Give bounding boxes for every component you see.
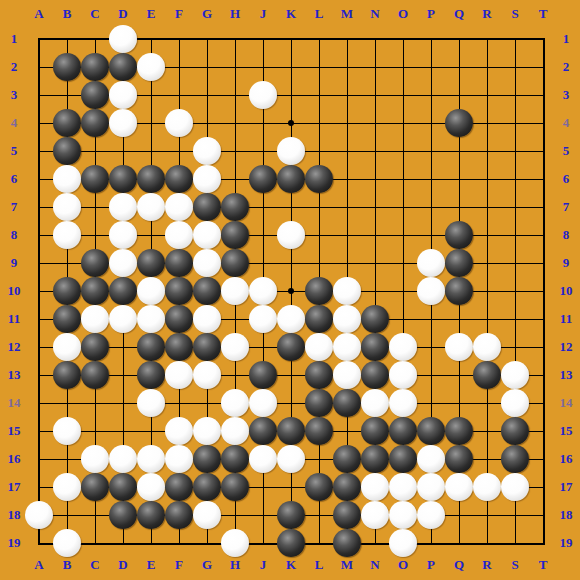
intersection-J4[interactable] [249,109,277,137]
intersection-S7[interactable] [501,193,529,221]
intersection-S5[interactable] [501,137,529,165]
intersection-E6[interactable] [137,165,165,193]
intersection-J17[interactable] [249,473,277,501]
intersection-K14[interactable] [277,389,305,417]
intersection-Q5[interactable] [445,137,473,165]
intersection-C16[interactable] [81,445,109,473]
intersection-E13[interactable] [137,361,165,389]
intersection-O12[interactable] [389,333,417,361]
intersection-C9[interactable] [81,249,109,277]
intersection-M13[interactable] [333,361,361,389]
intersection-B16[interactable] [53,445,81,473]
intersection-Q2[interactable] [445,53,473,81]
intersection-H8[interactable] [221,221,249,249]
intersection-T17[interactable] [529,473,557,501]
intersection-L6[interactable] [305,165,333,193]
intersection-F7[interactable] [165,193,193,221]
intersection-Q1[interactable] [445,25,473,53]
intersection-H4[interactable] [221,109,249,137]
intersection-F9[interactable] [165,249,193,277]
intersection-H16[interactable] [221,445,249,473]
intersection-R4[interactable] [473,109,501,137]
intersection-N18[interactable] [361,501,389,529]
intersection-S2[interactable] [501,53,529,81]
intersection-D12[interactable] [109,333,137,361]
intersection-L9[interactable] [305,249,333,277]
intersection-J14[interactable] [249,389,277,417]
intersection-G14[interactable] [193,389,221,417]
intersection-K16[interactable] [277,445,305,473]
intersection-O7[interactable] [389,193,417,221]
intersection-M2[interactable] [333,53,361,81]
intersection-S14[interactable] [501,389,529,417]
intersection-A3[interactable] [25,81,53,109]
intersection-F6[interactable] [165,165,193,193]
intersection-K2[interactable] [277,53,305,81]
intersection-Q16[interactable] [445,445,473,473]
intersection-K17[interactable] [277,473,305,501]
intersection-L1[interactable] [305,25,333,53]
intersection-R9[interactable] [473,249,501,277]
intersection-A8[interactable] [25,221,53,249]
intersection-E10[interactable] [137,277,165,305]
intersection-L19[interactable] [305,529,333,557]
intersection-J11[interactable] [249,305,277,333]
intersection-T18[interactable] [529,501,557,529]
intersection-O1[interactable] [389,25,417,53]
intersection-F15[interactable] [165,417,193,445]
intersection-R3[interactable] [473,81,501,109]
intersection-D2[interactable] [109,53,137,81]
intersection-N6[interactable] [361,165,389,193]
intersection-E7[interactable] [137,193,165,221]
intersection-D8[interactable] [109,221,137,249]
intersection-C13[interactable] [81,361,109,389]
intersection-M7[interactable] [333,193,361,221]
intersection-B10[interactable] [53,277,81,305]
intersection-L12[interactable] [305,333,333,361]
intersection-D13[interactable] [109,361,137,389]
intersection-E11[interactable] [137,305,165,333]
intersection-R18[interactable] [473,501,501,529]
intersection-D7[interactable] [109,193,137,221]
intersection-M4[interactable] [333,109,361,137]
intersection-T11[interactable] [529,305,557,333]
intersection-B15[interactable] [53,417,81,445]
intersection-K10[interactable] [277,277,305,305]
intersection-C11[interactable] [81,305,109,333]
intersection-K13[interactable] [277,361,305,389]
intersection-D10[interactable] [109,277,137,305]
intersection-C19[interactable] [81,529,109,557]
intersection-N8[interactable] [361,221,389,249]
intersection-A9[interactable] [25,249,53,277]
intersection-G18[interactable] [193,501,221,529]
intersection-S1[interactable] [501,25,529,53]
intersection-O3[interactable] [389,81,417,109]
intersection-Q3[interactable] [445,81,473,109]
intersection-C4[interactable] [81,109,109,137]
intersection-S19[interactable] [501,529,529,557]
intersection-O16[interactable] [389,445,417,473]
intersection-F18[interactable] [165,501,193,529]
intersection-C2[interactable] [81,53,109,81]
intersection-B7[interactable] [53,193,81,221]
intersection-L2[interactable] [305,53,333,81]
intersection-Q14[interactable] [445,389,473,417]
intersection-O8[interactable] [389,221,417,249]
intersection-D11[interactable] [109,305,137,333]
intersection-T14[interactable] [529,389,557,417]
intersection-P16[interactable] [417,445,445,473]
intersection-D6[interactable] [109,165,137,193]
intersection-T2[interactable] [529,53,557,81]
intersection-B5[interactable] [53,137,81,165]
intersection-S12[interactable] [501,333,529,361]
intersection-L16[interactable] [305,445,333,473]
intersection-J8[interactable] [249,221,277,249]
intersection-E8[interactable] [137,221,165,249]
intersection-O9[interactable] [389,249,417,277]
intersection-M18[interactable] [333,501,361,529]
intersection-J9[interactable] [249,249,277,277]
intersection-G19[interactable] [193,529,221,557]
intersection-T9[interactable] [529,249,557,277]
intersection-C3[interactable] [81,81,109,109]
intersection-N10[interactable] [361,277,389,305]
intersection-H5[interactable] [221,137,249,165]
intersection-A4[interactable] [25,109,53,137]
intersection-G4[interactable] [193,109,221,137]
intersection-B4[interactable] [53,109,81,137]
intersection-K3[interactable] [277,81,305,109]
intersection-Q7[interactable] [445,193,473,221]
intersection-R5[interactable] [473,137,501,165]
intersection-O11[interactable] [389,305,417,333]
intersection-A1[interactable] [25,25,53,53]
intersection-O15[interactable] [389,417,417,445]
intersection-E18[interactable] [137,501,165,529]
intersection-P5[interactable] [417,137,445,165]
intersection-L13[interactable] [305,361,333,389]
intersection-Q6[interactable] [445,165,473,193]
intersection-O6[interactable] [389,165,417,193]
intersection-H7[interactable] [221,193,249,221]
intersection-S9[interactable] [501,249,529,277]
intersection-L15[interactable] [305,417,333,445]
intersection-R8[interactable] [473,221,501,249]
intersection-E3[interactable] [137,81,165,109]
intersection-T5[interactable] [529,137,557,165]
intersection-H10[interactable] [221,277,249,305]
intersection-F4[interactable] [165,109,193,137]
intersection-C1[interactable] [81,25,109,53]
intersection-P8[interactable] [417,221,445,249]
intersection-G3[interactable] [193,81,221,109]
intersection-Q13[interactable] [445,361,473,389]
intersection-G11[interactable] [193,305,221,333]
intersection-D9[interactable] [109,249,137,277]
intersection-R15[interactable] [473,417,501,445]
intersection-G16[interactable] [193,445,221,473]
intersection-D5[interactable] [109,137,137,165]
intersection-O14[interactable] [389,389,417,417]
intersection-P10[interactable] [417,277,445,305]
intersection-D14[interactable] [109,389,137,417]
intersection-N7[interactable] [361,193,389,221]
intersection-R7[interactable] [473,193,501,221]
intersection-G8[interactable] [193,221,221,249]
intersection-K6[interactable] [277,165,305,193]
intersection-M11[interactable] [333,305,361,333]
intersection-M9[interactable] [333,249,361,277]
intersection-R10[interactable] [473,277,501,305]
intersection-K7[interactable] [277,193,305,221]
intersection-J15[interactable] [249,417,277,445]
intersection-S3[interactable] [501,81,529,109]
intersection-R1[interactable] [473,25,501,53]
intersection-B13[interactable] [53,361,81,389]
intersection-A13[interactable] [25,361,53,389]
intersection-T3[interactable] [529,81,557,109]
intersection-F11[interactable] [165,305,193,333]
intersection-B17[interactable] [53,473,81,501]
intersection-H9[interactable] [221,249,249,277]
intersection-M16[interactable] [333,445,361,473]
intersection-F1[interactable] [165,25,193,53]
intersection-Q10[interactable] [445,277,473,305]
intersection-B12[interactable] [53,333,81,361]
intersection-B9[interactable] [53,249,81,277]
intersection-J5[interactable] [249,137,277,165]
intersection-F17[interactable] [165,473,193,501]
intersection-J1[interactable] [249,25,277,53]
intersection-C6[interactable] [81,165,109,193]
intersection-B18[interactable] [53,501,81,529]
intersection-B8[interactable] [53,221,81,249]
intersection-T16[interactable] [529,445,557,473]
intersection-L5[interactable] [305,137,333,165]
intersection-F10[interactable] [165,277,193,305]
intersection-P12[interactable] [417,333,445,361]
intersection-E2[interactable] [137,53,165,81]
intersection-N9[interactable] [361,249,389,277]
intersection-M10[interactable] [333,277,361,305]
intersection-L11[interactable] [305,305,333,333]
intersection-P9[interactable] [417,249,445,277]
intersection-P6[interactable] [417,165,445,193]
intersection-Q19[interactable] [445,529,473,557]
intersection-J7[interactable] [249,193,277,221]
intersection-E12[interactable] [137,333,165,361]
intersection-C14[interactable] [81,389,109,417]
intersection-R17[interactable] [473,473,501,501]
intersection-G6[interactable] [193,165,221,193]
intersection-E17[interactable] [137,473,165,501]
intersection-E5[interactable] [137,137,165,165]
intersection-P3[interactable] [417,81,445,109]
intersection-B19[interactable] [53,529,81,557]
intersection-G1[interactable] [193,25,221,53]
intersection-J12[interactable] [249,333,277,361]
intersection-E1[interactable] [137,25,165,53]
intersection-S11[interactable] [501,305,529,333]
intersection-N5[interactable] [361,137,389,165]
intersection-S17[interactable] [501,473,529,501]
intersection-K12[interactable] [277,333,305,361]
intersection-M19[interactable] [333,529,361,557]
intersection-O18[interactable] [389,501,417,529]
intersection-H14[interactable] [221,389,249,417]
intersection-H15[interactable] [221,417,249,445]
intersection-F5[interactable] [165,137,193,165]
intersection-O19[interactable] [389,529,417,557]
intersection-H2[interactable] [221,53,249,81]
intersection-Q4[interactable] [445,109,473,137]
intersection-P18[interactable] [417,501,445,529]
intersection-E19[interactable] [137,529,165,557]
intersection-N12[interactable] [361,333,389,361]
intersection-P17[interactable] [417,473,445,501]
intersection-O10[interactable] [389,277,417,305]
intersection-H11[interactable] [221,305,249,333]
intersection-N11[interactable] [361,305,389,333]
intersection-H18[interactable] [221,501,249,529]
intersection-G7[interactable] [193,193,221,221]
intersection-M5[interactable] [333,137,361,165]
intersection-A10[interactable] [25,277,53,305]
intersection-A14[interactable] [25,389,53,417]
intersection-T15[interactable] [529,417,557,445]
intersection-E15[interactable] [137,417,165,445]
intersection-K5[interactable] [277,137,305,165]
intersection-F12[interactable] [165,333,193,361]
intersection-T6[interactable] [529,165,557,193]
intersection-F8[interactable] [165,221,193,249]
intersection-J2[interactable] [249,53,277,81]
intersection-A12[interactable] [25,333,53,361]
intersection-B11[interactable] [53,305,81,333]
intersection-P4[interactable] [417,109,445,137]
intersection-T1[interactable] [529,25,557,53]
intersection-M1[interactable] [333,25,361,53]
intersection-G13[interactable] [193,361,221,389]
intersection-K1[interactable] [277,25,305,53]
intersection-O2[interactable] [389,53,417,81]
intersection-G9[interactable] [193,249,221,277]
intersection-N2[interactable] [361,53,389,81]
intersection-C15[interactable] [81,417,109,445]
intersection-F13[interactable] [165,361,193,389]
intersection-C8[interactable] [81,221,109,249]
intersection-N14[interactable] [361,389,389,417]
intersection-J3[interactable] [249,81,277,109]
intersection-C18[interactable] [81,501,109,529]
intersection-D17[interactable] [109,473,137,501]
intersection-T12[interactable] [529,333,557,361]
intersection-P2[interactable] [417,53,445,81]
intersection-Q12[interactable] [445,333,473,361]
intersection-D1[interactable] [109,25,137,53]
intersection-G10[interactable] [193,277,221,305]
intersection-A15[interactable] [25,417,53,445]
intersection-K8[interactable] [277,221,305,249]
intersection-L10[interactable] [305,277,333,305]
intersection-B6[interactable] [53,165,81,193]
intersection-C7[interactable] [81,193,109,221]
intersection-H12[interactable] [221,333,249,361]
intersection-R2[interactable] [473,53,501,81]
intersection-S16[interactable] [501,445,529,473]
intersection-T13[interactable] [529,361,557,389]
intersection-S8[interactable] [501,221,529,249]
intersection-M6[interactable] [333,165,361,193]
intersection-Q17[interactable] [445,473,473,501]
intersection-N16[interactable] [361,445,389,473]
intersection-T10[interactable] [529,277,557,305]
intersection-C17[interactable] [81,473,109,501]
intersection-H19[interactable] [221,529,249,557]
intersection-A18[interactable] [25,501,53,529]
intersection-P13[interactable] [417,361,445,389]
intersection-H17[interactable] [221,473,249,501]
intersection-G12[interactable] [193,333,221,361]
intersection-A5[interactable] [25,137,53,165]
intersection-S6[interactable] [501,165,529,193]
intersection-K19[interactable] [277,529,305,557]
intersection-J13[interactable] [249,361,277,389]
intersection-D15[interactable] [109,417,137,445]
intersection-M17[interactable] [333,473,361,501]
intersection-A7[interactable] [25,193,53,221]
intersection-L17[interactable] [305,473,333,501]
intersection-D16[interactable] [109,445,137,473]
intersection-Q11[interactable] [445,305,473,333]
intersection-L14[interactable] [305,389,333,417]
intersection-P15[interactable] [417,417,445,445]
intersection-F16[interactable] [165,445,193,473]
intersection-H13[interactable] [221,361,249,389]
intersection-F19[interactable] [165,529,193,557]
intersection-P1[interactable] [417,25,445,53]
intersection-R12[interactable] [473,333,501,361]
intersection-H6[interactable] [221,165,249,193]
intersection-Q15[interactable] [445,417,473,445]
intersection-O13[interactable] [389,361,417,389]
intersection-H3[interactable] [221,81,249,109]
intersection-D3[interactable] [109,81,137,109]
intersection-G15[interactable] [193,417,221,445]
intersection-K11[interactable] [277,305,305,333]
intersection-Q8[interactable] [445,221,473,249]
intersection-J6[interactable] [249,165,277,193]
intersection-O4[interactable] [389,109,417,137]
intersection-B3[interactable] [53,81,81,109]
intersection-T7[interactable] [529,193,557,221]
intersection-R16[interactable] [473,445,501,473]
intersection-P7[interactable] [417,193,445,221]
intersection-S13[interactable] [501,361,529,389]
intersection-J10[interactable] [249,277,277,305]
intersection-D4[interactable] [109,109,137,137]
intersection-N19[interactable] [361,529,389,557]
intersection-J19[interactable] [249,529,277,557]
intersection-D18[interactable] [109,501,137,529]
intersection-S18[interactable] [501,501,529,529]
intersection-A17[interactable] [25,473,53,501]
intersection-N15[interactable] [361,417,389,445]
intersection-G17[interactable] [193,473,221,501]
